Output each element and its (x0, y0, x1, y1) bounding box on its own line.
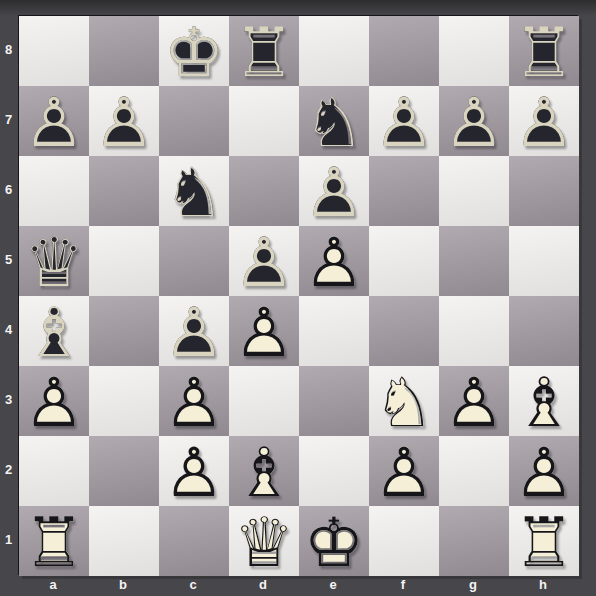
piece-glyph-line: ♙ (89, 86, 159, 156)
square-b5[interactable] (89, 226, 159, 296)
square-d5[interactable]: ♟♙ (229, 226, 299, 296)
square-g4[interactable] (439, 296, 509, 366)
rank-label-5: 5 (0, 225, 17, 295)
piece-black-rook: ♜♖ (509, 16, 579, 86)
chess-board: ♚♔♜♖♜♖♟♙♟♙♞♘♟♙♟♙♟♙♞♘♟♙♛♕♟♙♟♙♝♗♟♙♟♙♟♙♟♙♞♘… (18, 15, 578, 575)
square-g2[interactable] (439, 436, 509, 506)
square-g1[interactable] (439, 506, 509, 576)
square-c6[interactable]: ♞♘ (159, 156, 229, 226)
piece-glyph-line: ♗ (229, 436, 299, 506)
square-b4[interactable] (89, 296, 159, 366)
rank-label-6: 6 (0, 155, 17, 225)
square-b6[interactable] (89, 156, 159, 226)
piece-glyph-line: ♘ (159, 156, 229, 226)
piece-black-knight: ♞♘ (159, 156, 229, 226)
square-a4[interactable]: ♝♗ (19, 296, 89, 366)
piece-white-pawn: ♟♙ (439, 366, 509, 436)
piece-glyph-line: ♕ (229, 506, 299, 576)
file-label-c: c (158, 576, 228, 596)
piece-glyph-line: ♙ (19, 86, 89, 156)
piece-black-pawn: ♟♙ (299, 156, 369, 226)
piece-glyph-line: ♕ (19, 226, 89, 296)
file-label-g: g (438, 576, 508, 596)
square-d7[interactable] (229, 86, 299, 156)
square-c5[interactable] (159, 226, 229, 296)
square-b7[interactable]: ♟♙ (89, 86, 159, 156)
square-a7[interactable]: ♟♙ (19, 86, 89, 156)
square-c2[interactable]: ♟♙ (159, 436, 229, 506)
piece-glyph-line: ♔ (159, 16, 229, 86)
piece-white-bishop: ♝♗ (229, 436, 299, 506)
square-f2[interactable]: ♟♙ (369, 436, 439, 506)
piece-glyph-line: ♙ (439, 86, 509, 156)
piece-white-rook: ♜♖ (19, 506, 89, 576)
square-e6[interactable]: ♟♙ (299, 156, 369, 226)
rank-label-7: 7 (0, 85, 17, 155)
square-d4[interactable]: ♟♙ (229, 296, 299, 366)
piece-white-rook: ♜♖ (509, 506, 579, 576)
piece-glyph-line: ♘ (299, 86, 369, 156)
square-b1[interactable] (89, 506, 159, 576)
piece-black-pawn: ♟♙ (229, 226, 299, 296)
piece-white-queen: ♛♕ (229, 506, 299, 576)
square-h6[interactable] (509, 156, 579, 226)
square-f6[interactable] (369, 156, 439, 226)
piece-white-pawn: ♟♙ (159, 366, 229, 436)
square-d2[interactable]: ♝♗ (229, 436, 299, 506)
piece-white-pawn: ♟♙ (369, 436, 439, 506)
piece-glyph-line: ♙ (159, 366, 229, 436)
square-f3[interactable]: ♞♘ (369, 366, 439, 436)
square-a2[interactable] (19, 436, 89, 506)
file-label-b: b (88, 576, 158, 596)
piece-glyph-line: ♗ (19, 296, 89, 366)
piece-black-pawn: ♟♙ (19, 86, 89, 156)
square-a6[interactable] (19, 156, 89, 226)
square-e8[interactable] (299, 16, 369, 86)
square-g3[interactable]: ♟♙ (439, 366, 509, 436)
piece-white-pawn: ♟♙ (509, 436, 579, 506)
square-f8[interactable] (369, 16, 439, 86)
square-f5[interactable] (369, 226, 439, 296)
piece-glyph-line: ♖ (229, 16, 299, 86)
square-g5[interactable] (439, 226, 509, 296)
square-d1[interactable]: ♛♕ (229, 506, 299, 576)
square-e7[interactable]: ♞♘ (299, 86, 369, 156)
square-c8[interactable]: ♚♔ (159, 16, 229, 86)
piece-black-bishop: ♝♗ (19, 296, 89, 366)
piece-glyph-line: ♙ (229, 226, 299, 296)
square-f7[interactable]: ♟♙ (369, 86, 439, 156)
square-e2[interactable] (299, 436, 369, 506)
piece-glyph-line: ♘ (369, 366, 439, 436)
square-d8[interactable]: ♜♖ (229, 16, 299, 86)
square-a1[interactable]: ♜♖ (19, 506, 89, 576)
piece-white-pawn: ♟♙ (159, 436, 229, 506)
square-f4[interactable] (369, 296, 439, 366)
piece-glyph-line: ♙ (439, 366, 509, 436)
rank-label-3: 3 (0, 365, 17, 435)
piece-glyph-line: ♙ (369, 86, 439, 156)
piece-glyph-line: ♙ (299, 156, 369, 226)
piece-glyph-line: ♖ (509, 16, 579, 86)
piece-glyph-line: ♖ (509, 506, 579, 576)
square-c3[interactable]: ♟♙ (159, 366, 229, 436)
rank-label-2: 2 (0, 435, 17, 505)
piece-glyph-line: ♙ (509, 436, 579, 506)
rank-label-1: 1 (0, 505, 17, 575)
piece-glyph-line: ♙ (229, 296, 299, 366)
piece-white-pawn: ♟♙ (229, 296, 299, 366)
square-b3[interactable] (89, 366, 159, 436)
square-g8[interactable] (439, 16, 509, 86)
square-d3[interactable] (229, 366, 299, 436)
square-e1[interactable]: ♚♔ (299, 506, 369, 576)
square-c7[interactable] (159, 86, 229, 156)
piece-glyph-line: ♙ (299, 226, 369, 296)
piece-white-pawn: ♟♙ (19, 366, 89, 436)
square-c1[interactable] (159, 506, 229, 576)
piece-black-pawn: ♟♙ (159, 296, 229, 366)
piece-glyph-line: ♗ (509, 366, 579, 436)
rank-label-8: 8 (0, 15, 17, 85)
square-d6[interactable] (229, 156, 299, 226)
piece-glyph-line: ♖ (19, 506, 89, 576)
piece-black-pawn: ♟♙ (89, 86, 159, 156)
rank-label-4: 4 (0, 295, 17, 365)
square-a8[interactable] (19, 16, 89, 86)
piece-black-rook: ♜♖ (229, 16, 299, 86)
square-h3[interactable]: ♝♗ (509, 366, 579, 436)
piece-glyph-line: ♙ (19, 366, 89, 436)
square-e4[interactable] (299, 296, 369, 366)
piece-black-knight: ♞♘ (299, 86, 369, 156)
piece-white-king: ♚♔ (299, 506, 369, 576)
square-f1[interactable] (369, 506, 439, 576)
piece-black-pawn: ♟♙ (509, 86, 579, 156)
piece-glyph-line: ♙ (159, 436, 229, 506)
square-b8[interactable] (89, 16, 159, 86)
piece-black-queen: ♛♕ (19, 226, 89, 296)
square-h4[interactable] (509, 296, 579, 366)
piece-glyph-line: ♙ (159, 296, 229, 366)
piece-black-king: ♚♔ (159, 16, 229, 86)
square-e3[interactable] (299, 366, 369, 436)
square-h1[interactable]: ♜♖ (509, 506, 579, 576)
piece-white-pawn: ♟♙ (299, 226, 369, 296)
piece-glyph-line: ♙ (369, 436, 439, 506)
square-g6[interactable] (439, 156, 509, 226)
square-a3[interactable]: ♟♙ (19, 366, 89, 436)
square-h7[interactable]: ♟♙ (509, 86, 579, 156)
square-c4[interactable]: ♟♙ (159, 296, 229, 366)
square-h2[interactable]: ♟♙ (509, 436, 579, 506)
square-h5[interactable] (509, 226, 579, 296)
square-g7[interactable]: ♟♙ (439, 86, 509, 156)
piece-black-pawn: ♟♙ (439, 86, 509, 156)
square-e5[interactable]: ♟♙ (299, 226, 369, 296)
square-b2[interactable] (89, 436, 159, 506)
square-a5[interactable]: ♛♕ (19, 226, 89, 296)
square-h8[interactable]: ♜♖ (509, 16, 579, 86)
file-label-f: f (368, 576, 438, 596)
piece-glyph-line: ♔ (299, 506, 369, 576)
piece-black-pawn: ♟♙ (369, 86, 439, 156)
piece-white-knight: ♞♘ (369, 366, 439, 436)
piece-glyph-line: ♙ (509, 86, 579, 156)
piece-white-bishop: ♝♗ (509, 366, 579, 436)
